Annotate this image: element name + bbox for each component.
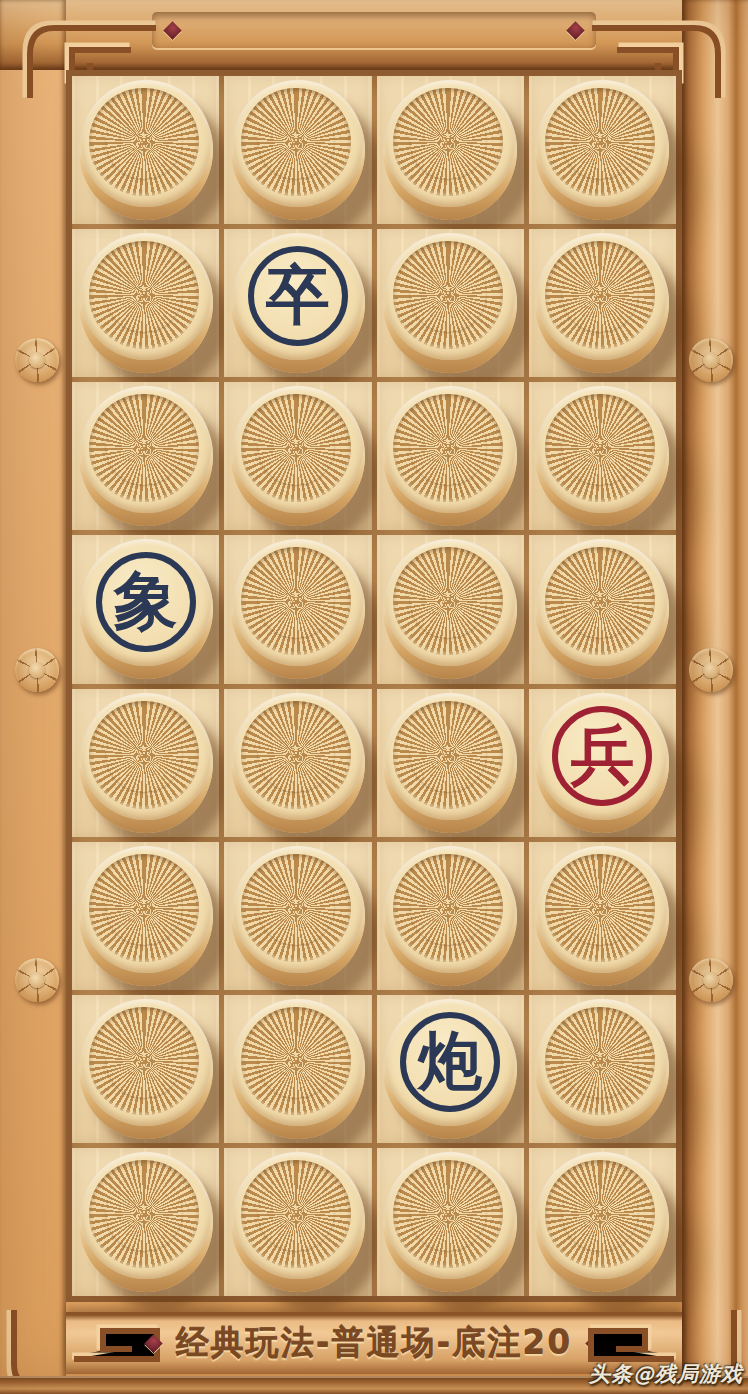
cell-r1c2 <box>224 76 371 224</box>
piece-face-down[interactable] <box>231 999 365 1139</box>
piece-wood-center <box>258 104 334 179</box>
piece-wood-center <box>562 1023 638 1098</box>
piece-face-down[interactable] <box>535 233 669 373</box>
piece-wood-center <box>410 104 486 179</box>
cell-r3c4 <box>529 382 676 530</box>
piece-character: 炮 <box>418 1029 482 1093</box>
cell-r5c3 <box>377 689 524 837</box>
piece-character-ring: 卒 <box>248 246 348 346</box>
piece-wood-center <box>106 717 182 792</box>
banqi-game-screen: 卒象兵炮 经典玩法-普通场-底注20 头条@残局游戏 <box>0 0 748 1394</box>
cell-r3c2 <box>224 382 371 530</box>
cell-r6c2 <box>224 842 371 990</box>
frame-left-rail <box>0 0 66 1394</box>
piece-wood-center <box>258 717 334 792</box>
cell-r2c1 <box>72 229 219 377</box>
cell-r4c4 <box>529 535 676 683</box>
piece-face-down[interactable] <box>383 233 517 373</box>
flower-rosette-icon <box>15 338 59 382</box>
cell-r7c1 <box>72 995 219 1143</box>
piece-black-elephant[interactable]: 象 <box>79 539 213 679</box>
piece-face-down[interactable] <box>535 846 669 986</box>
piece-face-down[interactable] <box>383 846 517 986</box>
piece-character-ring: 兵 <box>552 706 652 806</box>
piece-face-down[interactable] <box>535 539 669 679</box>
piece-wood-center <box>106 410 182 485</box>
cell-r3c1 <box>72 382 219 530</box>
cell-r6c4 <box>529 842 676 990</box>
piece-face-down[interactable] <box>231 693 365 833</box>
piece-face-down[interactable] <box>383 1152 517 1292</box>
piece-character-ring: 象 <box>96 552 196 652</box>
cell-r1c1 <box>72 76 219 224</box>
piece-character: 象 <box>114 569 178 633</box>
flower-rosette-icon <box>689 338 733 382</box>
cell-r7c3: 炮 <box>377 995 524 1143</box>
piece-character: 兵 <box>570 723 634 787</box>
piece-wood-center <box>106 257 182 332</box>
watermark: 头条@残局游戏 <box>589 1360 743 1388</box>
piece-wood-center <box>258 870 334 945</box>
piece-face-down[interactable] <box>231 539 365 679</box>
cell-r8c4 <box>529 1148 676 1296</box>
frame-right-rail <box>682 0 748 1394</box>
piece-face-down[interactable] <box>79 846 213 986</box>
piece-wood-center <box>106 104 182 179</box>
cell-r2c4 <box>529 229 676 377</box>
cell-r5c1 <box>72 689 219 837</box>
cell-r1c3 <box>377 76 524 224</box>
cell-r6c1 <box>72 842 219 990</box>
piece-face-down[interactable] <box>535 999 669 1139</box>
piece-wood-center <box>562 104 638 179</box>
piece-red-soldier[interactable]: 兵 <box>535 693 669 833</box>
piece-face-down[interactable] <box>79 999 213 1139</box>
flower-rosette-icon <box>15 958 59 1002</box>
piece-wood-center <box>258 563 334 638</box>
piece-wood-center <box>410 870 486 945</box>
cell-r7c2 <box>224 995 371 1143</box>
piece-face-down[interactable] <box>79 1152 213 1292</box>
cell-r5c2 <box>224 689 371 837</box>
piece-face-down[interactable] <box>231 846 365 986</box>
flower-rosette-icon <box>15 648 59 692</box>
piece-wood-center <box>410 410 486 485</box>
board-grid: 卒象兵炮 <box>66 70 682 1302</box>
cell-r3c3 <box>377 382 524 530</box>
piece-face-down[interactable] <box>79 80 213 220</box>
cell-r7c4 <box>529 995 676 1143</box>
piece-face-down[interactable] <box>79 693 213 833</box>
cell-r6c3 <box>377 842 524 990</box>
flower-rosette-icon <box>689 958 733 1002</box>
piece-wood-center <box>410 1176 486 1251</box>
piece-face-down[interactable] <box>79 386 213 526</box>
piece-wood-center <box>562 870 638 945</box>
piece-face-down[interactable] <box>535 386 669 526</box>
piece-face-down[interactable] <box>231 80 365 220</box>
cell-r2c2: 卒 <box>224 229 371 377</box>
piece-face-down[interactable] <box>231 386 365 526</box>
room-info-text: 经典玩法-普通场-底注20 <box>176 1321 572 1366</box>
piece-wood-center <box>562 1176 638 1251</box>
piece-face-down[interactable] <box>383 693 517 833</box>
cell-r4c2 <box>224 535 371 683</box>
piece-face-down[interactable] <box>383 80 517 220</box>
frame-top-groove <box>152 12 596 48</box>
piece-wood-center <box>410 717 486 792</box>
piece-black-soldier[interactable]: 卒 <box>231 233 365 373</box>
piece-face-down[interactable] <box>383 386 517 526</box>
cell-r8c3 <box>377 1148 524 1296</box>
cell-r2c3 <box>377 229 524 377</box>
cell-r8c2 <box>224 1148 371 1296</box>
piece-character-ring: 炮 <box>400 1012 500 1112</box>
piece-character: 卒 <box>266 263 330 327</box>
piece-wood-center <box>258 1176 334 1251</box>
piece-face-down[interactable] <box>535 1152 669 1292</box>
flower-rosette-icon <box>689 648 733 692</box>
piece-wood-center <box>258 1023 334 1098</box>
piece-wood-center <box>106 1023 182 1098</box>
piece-face-down[interactable] <box>79 233 213 373</box>
cell-r4c1: 象 <box>72 535 219 683</box>
piece-face-down[interactable] <box>231 1152 365 1292</box>
piece-wood-center <box>106 1176 182 1251</box>
piece-face-down[interactable] <box>383 539 517 679</box>
piece-black-cannon[interactable]: 炮 <box>383 999 517 1139</box>
cell-r5c4: 兵 <box>529 689 676 837</box>
piece-face-down[interactable] <box>535 80 669 220</box>
cell-r4c3 <box>377 535 524 683</box>
cell-r8c1 <box>72 1148 219 1296</box>
piece-wood-center <box>410 257 486 332</box>
cell-r1c4 <box>529 76 676 224</box>
piece-wood-center <box>106 870 182 945</box>
piece-wood-center <box>258 410 334 485</box>
